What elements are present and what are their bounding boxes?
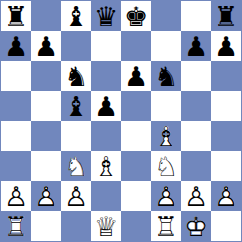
square-a5[interactable] — [1, 91, 31, 121]
square-h4[interactable] — [211, 121, 241, 151]
square-g4[interactable] — [181, 121, 211, 151]
square-e6[interactable]: ♟ — [121, 61, 151, 91]
white-knight[interactable]: ♘ — [61, 151, 91, 181]
black-rook[interactable]: ♜ — [1, 1, 31, 31]
square-d5[interactable]: ♟ — [91, 91, 121, 121]
square-e1[interactable] — [121, 211, 151, 241]
square-b8[interactable] — [31, 1, 61, 31]
board-grid: ♜♝♛♚♜♟♟♟♟♞♟♞♝♟♗♘♗♘♙♙♙♙♙♙♖♕♖♔ — [1, 1, 241, 241]
black-bishop[interactable]: ♝ — [61, 91, 91, 121]
square-a2[interactable]: ♙ — [1, 181, 31, 211]
square-d8[interactable]: ♛ — [91, 1, 121, 31]
white-rook[interactable]: ♖ — [1, 211, 31, 241]
square-b5[interactable] — [31, 91, 61, 121]
black-rook[interactable]: ♜ — [211, 1, 241, 31]
square-e8[interactable]: ♚ — [121, 1, 151, 31]
square-c6[interactable]: ♞ — [61, 61, 91, 91]
square-d3[interactable]: ♗ — [91, 151, 121, 181]
square-a3[interactable] — [1, 151, 31, 181]
square-e5[interactable] — [121, 91, 151, 121]
square-f7[interactable] — [151, 31, 181, 61]
square-d2[interactable] — [91, 181, 121, 211]
white-knight[interactable]: ♘ — [151, 151, 181, 181]
square-h8[interactable]: ♜ — [211, 1, 241, 31]
square-a4[interactable] — [1, 121, 31, 151]
white-bishop[interactable]: ♗ — [91, 151, 121, 181]
square-g2[interactable]: ♙ — [181, 181, 211, 211]
square-c4[interactable] — [61, 121, 91, 151]
square-c8[interactable]: ♝ — [61, 1, 91, 31]
square-a7[interactable]: ♟ — [1, 31, 31, 61]
black-queen[interactable]: ♛ — [91, 1, 121, 31]
square-b6[interactable] — [31, 61, 61, 91]
square-d6[interactable] — [91, 61, 121, 91]
square-g1[interactable]: ♔ — [181, 211, 211, 241]
square-g3[interactable] — [181, 151, 211, 181]
square-c2[interactable]: ♙ — [61, 181, 91, 211]
square-e7[interactable] — [121, 31, 151, 61]
white-queen[interactable]: ♕ — [91, 211, 121, 241]
square-g5[interactable] — [181, 91, 211, 121]
square-f4[interactable]: ♗ — [151, 121, 181, 151]
black-pawn[interactable]: ♟ — [121, 61, 151, 91]
square-h1[interactable] — [211, 211, 241, 241]
black-king[interactable]: ♚ — [121, 1, 151, 31]
square-h5[interactable] — [211, 91, 241, 121]
square-a6[interactable] — [1, 61, 31, 91]
black-pawn[interactable]: ♟ — [1, 31, 31, 61]
black-pawn[interactable]: ♟ — [31, 31, 61, 61]
square-b2[interactable]: ♙ — [31, 181, 61, 211]
square-h7[interactable]: ♟ — [211, 31, 241, 61]
square-f8[interactable] — [151, 1, 181, 31]
white-pawn[interactable]: ♙ — [31, 181, 61, 211]
square-e3[interactable] — [121, 151, 151, 181]
square-a1[interactable]: ♖ — [1, 211, 31, 241]
square-b1[interactable] — [31, 211, 61, 241]
square-f5[interactable] — [151, 91, 181, 121]
square-g7[interactable]: ♟ — [181, 31, 211, 61]
white-pawn[interactable]: ♙ — [1, 181, 31, 211]
square-f3[interactable]: ♘ — [151, 151, 181, 181]
square-b3[interactable] — [31, 151, 61, 181]
square-b4[interactable] — [31, 121, 61, 151]
square-c1[interactable] — [61, 211, 91, 241]
square-d1[interactable]: ♕ — [91, 211, 121, 241]
chess-board: ♜♝♛♚♜♟♟♟♟♞♟♞♝♟♗♘♗♘♙♙♙♙♙♙♖♕♖♔ — [0, 0, 242, 242]
white-rook[interactable]: ♖ — [151, 211, 181, 241]
square-e2[interactable] — [121, 181, 151, 211]
black-pawn[interactable]: ♟ — [181, 31, 211, 61]
black-pawn[interactable]: ♟ — [91, 91, 121, 121]
white-king[interactable]: ♔ — [181, 211, 211, 241]
square-h3[interactable] — [211, 151, 241, 181]
square-d4[interactable] — [91, 121, 121, 151]
square-c7[interactable] — [61, 31, 91, 61]
square-g6[interactable] — [181, 61, 211, 91]
square-c5[interactable]: ♝ — [61, 91, 91, 121]
white-pawn[interactable]: ♙ — [181, 181, 211, 211]
square-h6[interactable] — [211, 61, 241, 91]
white-pawn[interactable]: ♙ — [151, 181, 181, 211]
square-f6[interactable]: ♞ — [151, 61, 181, 91]
white-pawn[interactable]: ♙ — [211, 181, 241, 211]
square-f2[interactable]: ♙ — [151, 181, 181, 211]
black-knight[interactable]: ♞ — [151, 61, 181, 91]
square-a8[interactable]: ♜ — [1, 1, 31, 31]
square-g8[interactable] — [181, 1, 211, 31]
black-knight[interactable]: ♞ — [61, 61, 91, 91]
square-e4[interactable] — [121, 121, 151, 151]
square-h2[interactable]: ♙ — [211, 181, 241, 211]
square-d7[interactable] — [91, 31, 121, 61]
white-pawn[interactable]: ♙ — [61, 181, 91, 211]
black-pawn[interactable]: ♟ — [211, 31, 241, 61]
white-bishop[interactable]: ♗ — [151, 121, 181, 151]
square-f1[interactable]: ♖ — [151, 211, 181, 241]
black-bishop[interactable]: ♝ — [61, 1, 91, 31]
square-c3[interactable]: ♘ — [61, 151, 91, 181]
square-b7[interactable]: ♟ — [31, 31, 61, 61]
